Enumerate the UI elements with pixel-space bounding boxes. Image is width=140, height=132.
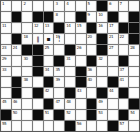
white-cell[interactable] — [1, 12, 11, 22]
black-cell — [44, 99, 54, 109]
white-cell[interactable]: 39 — [54, 77, 64, 87]
clue-number: 17 — [109, 23, 113, 28]
black-cell — [97, 88, 107, 98]
clue-number: 43 — [77, 88, 81, 93]
pencil-mark: ▪ — [47, 36, 51, 42]
white-cell[interactable]: 49 — [97, 99, 107, 109]
clue-number: 36 — [88, 67, 92, 72]
black-cell — [129, 23, 139, 33]
white-cell[interactable]: 29 — [1, 56, 11, 66]
white-cell[interactable] — [65, 67, 75, 77]
white-cell[interactable]: 42 — [44, 88, 54, 98]
white-cell[interactable]: 13 — [44, 23, 54, 33]
black-cell — [44, 77, 54, 87]
clue-number: 24 — [13, 45, 17, 50]
white-cell[interactable]: 37 — [119, 67, 129, 77]
white-cell[interactable] — [129, 1, 139, 11]
clue-number: 28 — [130, 45, 134, 50]
white-cell[interactable]: 48 — [65, 99, 75, 109]
black-cell — [97, 34, 107, 44]
white-cell[interactable] — [12, 67, 22, 77]
white-cell[interactable] — [76, 56, 86, 66]
white-cell[interactable] — [97, 121, 107, 131]
white-cell[interactable]: 31 — [65, 56, 75, 66]
black-cell — [129, 99, 139, 109]
white-cell[interactable] — [44, 1, 54, 11]
clue-number: 27 — [109, 45, 113, 50]
clue-number: 25 — [45, 45, 49, 50]
black-cell — [33, 12, 43, 22]
white-cell[interactable]: 8 — [54, 12, 64, 22]
white-cell[interactable]: 34 — [44, 67, 54, 77]
white-cell[interactable] — [54, 45, 64, 55]
white-cell[interactable] — [1, 34, 11, 44]
white-cell[interactable] — [33, 99, 43, 109]
black-cell — [12, 77, 22, 87]
white-cell[interactable]: 50 — [12, 110, 22, 120]
white-cell[interactable]: 6 — [108, 1, 118, 11]
white-cell[interactable] — [76, 34, 86, 44]
black-cell — [22, 45, 32, 55]
white-cell[interactable]: 51 — [44, 110, 54, 120]
black-cell — [33, 56, 43, 66]
white-cell[interactable] — [22, 88, 32, 98]
white-cell[interactable] — [65, 77, 75, 87]
clue-number: 11 — [2, 23, 6, 28]
white-cell[interactable]: 30 — [22, 56, 32, 66]
white-cell[interactable]: 10 — [97, 12, 107, 22]
black-cell — [76, 12, 86, 22]
clue-number: 29 — [2, 56, 6, 61]
white-cell[interactable]: 7 — [119, 1, 129, 11]
black-cell — [108, 121, 118, 131]
black-cell — [12, 88, 22, 98]
white-cell[interactable] — [108, 67, 118, 77]
clue-number: 14 — [66, 23, 70, 28]
clue-number: 8 — [55, 12, 57, 17]
clue-number: 19 — [55, 34, 59, 39]
white-cell[interactable] — [22, 110, 32, 120]
white-cell[interactable] — [76, 99, 86, 109]
white-cell[interactable] — [44, 56, 54, 66]
white-cell[interactable]: 46 — [12, 99, 22, 109]
white-cell[interactable]: 18 — [22, 34, 32, 44]
clue-number: 23 — [2, 45, 6, 50]
clue-number: 12 — [34, 23, 38, 28]
white-cell[interactable]: 55 — [1, 121, 11, 131]
white-cell[interactable] — [12, 1, 22, 11]
black-cell — [87, 23, 97, 33]
white-cell[interactable]: 12 — [33, 23, 43, 33]
white-cell[interactable]: 24 — [12, 45, 22, 55]
white-cell[interactable] — [12, 23, 22, 33]
white-cell[interactable]: 23 — [1, 45, 11, 55]
white-cell[interactable]: 14 — [65, 23, 75, 33]
white-cell[interactable] — [22, 121, 32, 131]
clue-number: 2 — [23, 1, 25, 6]
clue-number: 52 — [66, 110, 70, 115]
clue-number: 38 — [23, 77, 27, 82]
clue-number: 21 — [109, 34, 113, 39]
white-cell[interactable] — [129, 88, 139, 98]
white-cell[interactable] — [129, 67, 139, 77]
white-cell[interactable]: 11 — [1, 23, 11, 33]
white-cell[interactable]: 26 — [76, 45, 86, 55]
black-cell — [97, 45, 107, 55]
white-cell[interactable] — [76, 1, 86, 11]
clue-number: 37 — [120, 67, 124, 72]
black-cell — [108, 77, 118, 87]
black-cell — [87, 110, 97, 120]
black-cell — [33, 67, 43, 77]
black-cell — [65, 121, 75, 131]
white-cell[interactable] — [54, 121, 64, 131]
black-cell — [65, 88, 75, 98]
clue-number: 46 — [13, 99, 17, 104]
clue-number: 13 — [45, 23, 49, 28]
clue-number: 35 — [55, 67, 59, 72]
black-cell — [12, 34, 22, 44]
white-cell[interactable] — [129, 56, 139, 66]
white-cell[interactable] — [108, 99, 118, 109]
black-cell — [65, 45, 75, 55]
black-cell — [119, 110, 129, 120]
black-cell — [54, 56, 64, 66]
black-cell — [87, 56, 97, 66]
clue-number: 47 — [55, 99, 59, 104]
white-cell[interactable]: 27 — [108, 45, 118, 55]
clue-number: 49 — [98, 99, 102, 104]
white-cell[interactable]: 21 — [108, 34, 118, 44]
white-cell[interactable] — [87, 45, 97, 55]
white-cell[interactable]: 9 — [87, 12, 97, 22]
black-cell — [1, 110, 11, 120]
clue-number: 48 — [66, 99, 70, 104]
white-cell[interactable] — [97, 67, 107, 77]
clue-number: 39 — [55, 77, 59, 82]
clue-number: 53 — [98, 110, 102, 115]
white-cell[interactable] — [12, 56, 22, 66]
white-cell[interactable] — [97, 77, 107, 87]
white-cell[interactable]: 56 — [76, 121, 86, 131]
white-cell[interactable]: 5 — [87, 1, 97, 11]
clue-number: 22 — [120, 34, 124, 39]
clue-number: 30 — [23, 56, 27, 61]
white-cell[interactable]: 36 — [87, 67, 97, 77]
clue-number: 42 — [45, 88, 49, 93]
white-cell[interactable] — [22, 12, 32, 22]
white-cell[interactable]: 52 — [65, 110, 75, 120]
black-cell — [54, 110, 64, 120]
white-cell[interactable] — [33, 121, 43, 131]
black-cell — [54, 23, 64, 33]
white-cell[interactable]: 28 — [129, 45, 139, 55]
black-cell — [119, 23, 129, 33]
white-cell[interactable] — [1, 77, 11, 87]
white-cell[interactable] — [76, 110, 86, 120]
white-cell[interactable] — [108, 110, 118, 120]
clue-number: 16 — [98, 23, 102, 28]
white-cell[interactable]: 54 — [129, 110, 139, 120]
white-cell[interactable] — [65, 34, 75, 44]
white-cell[interactable]: 33 — [1, 67, 11, 77]
white-cell[interactable] — [22, 23, 32, 33]
black-cell — [87, 99, 97, 109]
white-cell[interactable]: 22 — [119, 34, 129, 44]
white-cell[interactable]: 4 — [65, 1, 75, 11]
black-cell — [119, 56, 129, 66]
clue-number: 55 — [2, 121, 6, 126]
black-cell — [97, 1, 107, 11]
clue-number: 9 — [88, 12, 90, 17]
white-cell[interactable] — [129, 121, 139, 131]
white-cell[interactable]: 35 — [54, 67, 64, 77]
white-cell[interactable]: 32 — [97, 56, 107, 66]
clue-number: 10 — [98, 12, 102, 17]
white-cell[interactable] — [65, 12, 75, 22]
clue-number: 4 — [66, 1, 68, 6]
black-cell — [44, 12, 54, 22]
white-cell[interactable]: 25 — [44, 45, 54, 55]
clue-number: 26 — [77, 45, 81, 50]
black-cell — [108, 12, 118, 22]
white-cell[interactable] — [54, 88, 64, 98]
white-cell[interactable] — [1, 88, 11, 98]
white-cell[interactable]: 47 — [54, 99, 64, 109]
clue-number: 33 — [2, 67, 6, 72]
clue-number: 56 — [77, 121, 81, 126]
clue-number: 57 — [120, 121, 124, 126]
white-cell[interactable] — [44, 121, 54, 131]
white-cell[interactable]: 2 — [22, 1, 32, 11]
white-cell[interactable] — [33, 1, 43, 11]
clue-number: 50 — [13, 110, 17, 115]
white-cell[interactable] — [129, 77, 139, 87]
clue-number: 34 — [45, 67, 49, 72]
clue-number: 3 — [55, 1, 57, 6]
black-cell — [76, 77, 86, 87]
white-cell[interactable]: ‖ — [33, 34, 43, 44]
white-cell[interactable] — [22, 99, 32, 109]
white-cell[interactable] — [119, 12, 129, 22]
white-cell[interactable]: 43 — [76, 88, 86, 98]
white-cell[interactable]: 15 — [76, 23, 86, 33]
black-cell — [119, 88, 129, 98]
clue-number: 20 — [88, 34, 92, 39]
white-cell[interactable]: 20 — [87, 34, 97, 44]
black-cell — [12, 12, 22, 22]
black-cell — [33, 110, 43, 120]
clue-number: 45 — [2, 99, 6, 104]
black-cell — [33, 88, 43, 98]
clue-number: 44 — [109, 88, 113, 93]
clue-number: 1 — [2, 1, 4, 6]
white-cell[interactable]: 17 — [108, 23, 118, 33]
white-cell[interactable] — [22, 67, 32, 77]
pencil-mark: ‖ — [36, 36, 39, 42]
white-cell[interactable] — [12, 121, 22, 131]
white-cell[interactable] — [33, 77, 43, 87]
white-cell[interactable]: 41 — [119, 77, 129, 87]
white-cell[interactable]: 45 — [1, 99, 11, 109]
white-cell[interactable]: ▪ — [44, 34, 54, 44]
white-cell[interactable]: 19¦ — [54, 34, 64, 44]
white-cell[interactable]: 38 — [22, 77, 32, 87]
black-cell — [33, 45, 43, 55]
clue-number: 15 — [77, 23, 81, 28]
clue-number: 40 — [88, 77, 92, 82]
black-cell — [129, 34, 139, 44]
white-cell[interactable]: 40 — [87, 77, 97, 87]
clue-number: 32 — [98, 56, 102, 61]
white-cell[interactable]: 1 — [1, 1, 11, 11]
clue-number: 54 — [130, 110, 134, 115]
white-cell[interactable]: 53 — [97, 110, 107, 120]
clue-number: 41 — [120, 77, 124, 82]
black-cell — [129, 12, 139, 22]
clue-number: 6 — [109, 1, 111, 6]
clue-number: 51 — [45, 110, 49, 115]
white-cell[interactable] — [87, 88, 97, 98]
white-cell[interactable]: 57 — [119, 121, 129, 131]
white-cell[interactable]: 3 — [54, 1, 64, 11]
clue-number: 5 — [88, 1, 90, 6]
clue-number: 31 — [66, 56, 70, 61]
white-cell[interactable] — [119, 45, 129, 55]
white-cell[interactable]: 44 — [108, 88, 118, 98]
white-cell[interactable] — [87, 121, 97, 131]
white-cell[interactable] — [108, 56, 118, 66]
crossword-grid: 123456789101112131415161718‖▪19¦20212223… — [0, 0, 140, 132]
white-cell[interactable] — [119, 99, 129, 109]
black-cell — [76, 67, 86, 77]
clue-number: 18 — [23, 34, 27, 39]
clue-number: 7 — [120, 1, 122, 6]
crossword-puzzle: 123456789101112131415161718‖▪19¦20212223… — [0, 0, 140, 132]
white-cell[interactable]: 16 — [97, 23, 107, 33]
